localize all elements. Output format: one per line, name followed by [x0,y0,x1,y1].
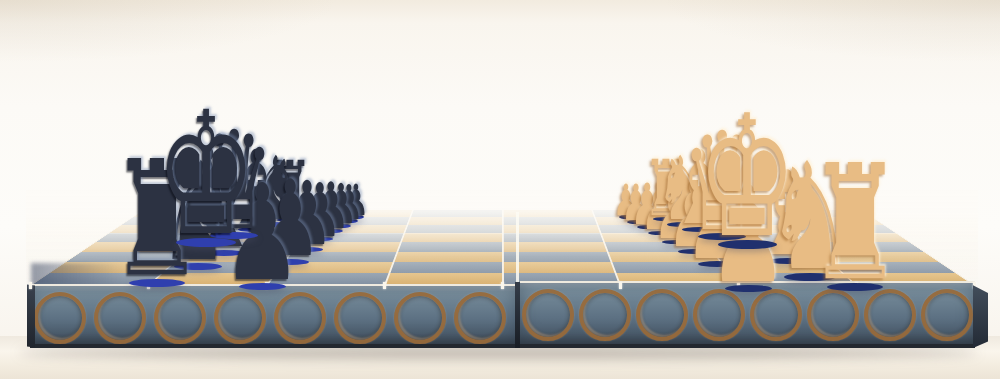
square-boundary-tick [619,282,622,289]
square-boundary-tick [265,282,268,289]
square-boundary-tick [855,282,858,289]
square-boundary-tick [737,282,740,289]
front-edge-right-half [520,281,975,348]
board-right-end [973,284,988,348]
ornament-ring [214,292,266,344]
square-boundary-tick [501,282,504,289]
board-front-edge [30,284,975,348]
front-edge-left-half [30,284,516,348]
ornament-ring [921,289,973,341]
folding-seam [515,282,520,348]
ornament-ring [334,292,386,344]
ornament-ring [693,289,745,341]
ornament-ring [94,292,146,344]
ornament-ring [154,292,206,344]
ornament-ring [34,292,86,344]
ornament-ring [579,289,631,341]
ornament-ring [454,292,506,344]
square-boundary-tick [29,282,32,289]
ornament-ring [750,289,802,341]
photo-scene: ♟♟♟♟♟♟♟♟♟♜♜♟♞♟♞♟♝♝♟♟♝♝♟♟♛♞♛♞♜♜♚♚ [0,0,1000,379]
board-left-end [27,284,35,347]
ornament-ring [864,289,916,341]
ornament-ring [394,292,446,344]
square-boundary-tick [383,282,386,289]
ornament-ring [807,289,859,341]
square-boundary-tick [147,282,150,289]
ornament-ring [636,289,688,341]
ornament-ring [274,292,326,344]
ornament-ring [522,289,574,341]
